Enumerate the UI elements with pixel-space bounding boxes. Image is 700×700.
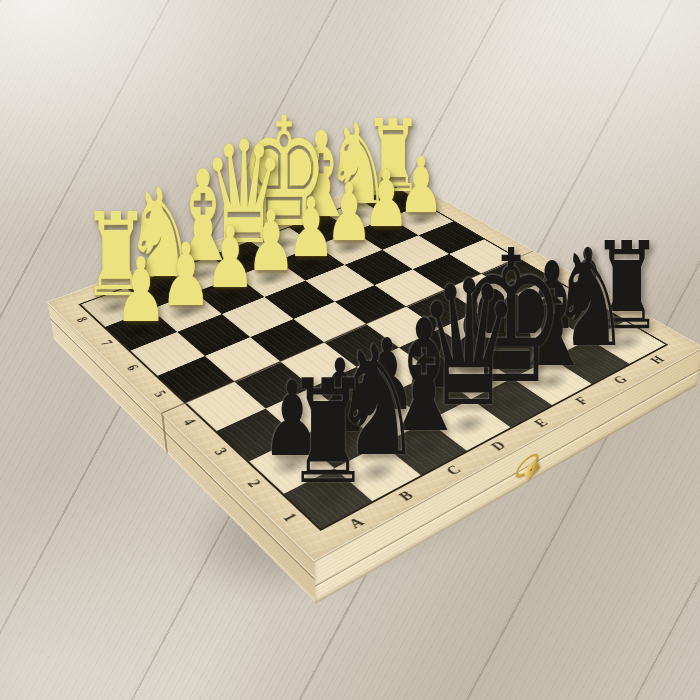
square-d1 [428,399,511,451]
square-d2 [391,373,471,421]
square-d4 [324,324,399,367]
square-e2 [434,353,512,399]
square-f2 [475,334,552,378]
square-b2 [299,415,382,468]
square-b5 [205,337,280,381]
square-e1 [471,378,552,427]
square-a5 [158,356,235,403]
square-f1 [512,358,591,405]
square-c1 [382,421,467,475]
square-a1 [284,468,372,528]
square-c2 [346,393,428,444]
square-d3 [357,348,434,394]
square-e3 [399,329,475,373]
square-b3 [266,387,346,437]
photo-scene: 87654321 ABCDEFGH ♜♞♝♛♚♝♞♜♟♟♟♟♟♟♟♟♟♟♟♟♟♟… [0,0,700,700]
square-c4 [280,342,356,387]
square-b4 [234,361,312,408]
square-a4 [186,382,265,431]
square-b1 [334,444,420,501]
square-h1 [589,321,665,364]
square-a2 [249,437,334,493]
square-a3 [217,409,299,462]
square-c3 [312,367,391,415]
square-a6 [131,332,205,376]
square-g1 [552,339,630,384]
square-c5 [250,319,324,361]
